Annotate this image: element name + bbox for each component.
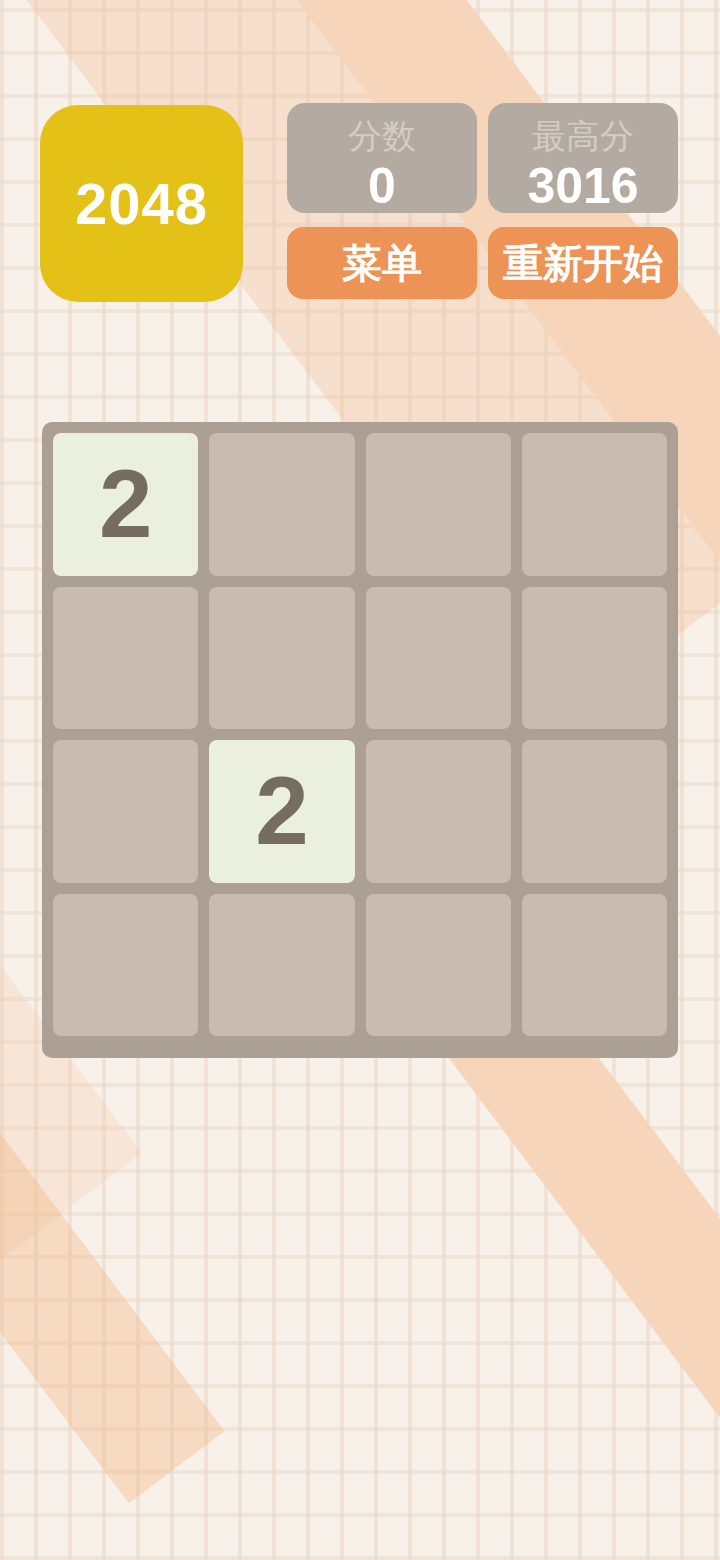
board-cell <box>53 587 198 730</box>
board-cell <box>53 894 198 1037</box>
board-grid: 22 <box>53 433 667 1047</box>
score-value: 0 <box>368 158 396 214</box>
board-cell <box>366 587 511 730</box>
logo-text: 2048 <box>75 170 208 237</box>
board-cell <box>209 894 354 1037</box>
board-cell <box>209 587 354 730</box>
board-cell <box>53 740 198 883</box>
board-cell <box>522 587 667 730</box>
board-cell <box>366 894 511 1037</box>
tile-2: 2 <box>209 740 354 883</box>
board-cell <box>209 433 354 576</box>
score-label: 分数 <box>348 116 416 156</box>
restart-button[interactable]: 重新开始 <box>488 227 678 299</box>
tile-2: 2 <box>53 433 198 576</box>
best-score-box: 最高分 3016 <box>488 103 678 213</box>
board-cell <box>522 740 667 883</box>
game-logo-2048: 2048 <box>40 105 243 302</box>
score-box: 分数 0 <box>287 103 477 213</box>
game-board[interactable]: 22 <box>42 422 678 1058</box>
board-cell <box>366 433 511 576</box>
best-score-value: 3016 <box>527 158 638 214</box>
best-score-label: 最高分 <box>532 116 634 156</box>
menu-button[interactable]: 菜单 <box>287 227 477 299</box>
app-screen: 2048 分数 0 最高分 3016 菜单 重新开始 22 <box>0 0 720 1560</box>
board-cell <box>366 740 511 883</box>
board-cell <box>522 894 667 1037</box>
board-cell <box>522 433 667 576</box>
